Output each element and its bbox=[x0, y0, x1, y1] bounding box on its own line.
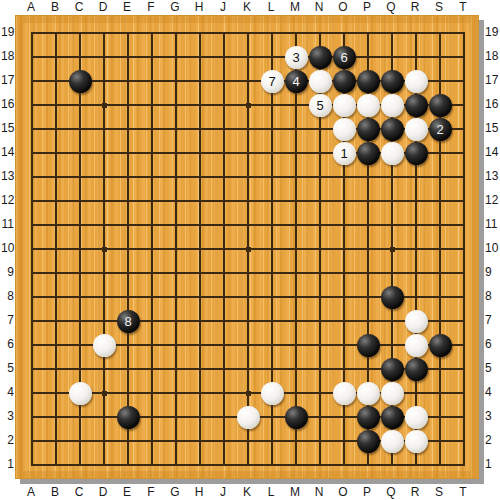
intersection-r18[interactable] bbox=[404, 45, 428, 69]
intersection-b4[interactable] bbox=[44, 381, 68, 405]
intersection-r12[interactable] bbox=[404, 189, 428, 213]
intersection-s1[interactable] bbox=[428, 453, 452, 477]
intersection-b2[interactable] bbox=[44, 429, 68, 453]
intersection-l5[interactable] bbox=[260, 357, 284, 381]
intersection-l12[interactable] bbox=[260, 189, 284, 213]
intersection-t17[interactable] bbox=[452, 69, 476, 93]
intersection-r3[interactable] bbox=[404, 405, 428, 429]
intersection-m18[interactable]: 3 bbox=[284, 45, 308, 69]
intersection-o7[interactable] bbox=[332, 309, 356, 333]
intersection-t12[interactable] bbox=[452, 189, 476, 213]
intersection-p11[interactable] bbox=[356, 213, 380, 237]
intersection-j17[interactable] bbox=[212, 69, 236, 93]
intersection-q11[interactable] bbox=[380, 213, 404, 237]
intersection-s19[interactable] bbox=[428, 21, 452, 45]
intersection-t16[interactable] bbox=[452, 93, 476, 117]
intersection-o13[interactable] bbox=[332, 165, 356, 189]
intersection-n15[interactable] bbox=[308, 117, 332, 141]
intersection-p6[interactable] bbox=[356, 333, 380, 357]
intersection-d2[interactable] bbox=[92, 429, 116, 453]
intersection-p17[interactable] bbox=[356, 69, 380, 93]
intersection-p1[interactable] bbox=[356, 453, 380, 477]
intersection-r8[interactable] bbox=[404, 285, 428, 309]
intersection-b7[interactable] bbox=[44, 309, 68, 333]
intersection-n11[interactable] bbox=[308, 213, 332, 237]
intersection-p3[interactable] bbox=[356, 405, 380, 429]
intersection-b11[interactable] bbox=[44, 213, 68, 237]
intersection-n16[interactable]: 5 bbox=[308, 93, 332, 117]
intersection-o1[interactable] bbox=[332, 453, 356, 477]
intersection-g5[interactable] bbox=[164, 357, 188, 381]
intersection-e12[interactable] bbox=[116, 189, 140, 213]
intersection-t4[interactable] bbox=[452, 381, 476, 405]
intersection-h9[interactable] bbox=[188, 261, 212, 285]
intersection-f2[interactable] bbox=[140, 429, 164, 453]
intersection-a11[interactable] bbox=[20, 213, 44, 237]
intersection-f8[interactable] bbox=[140, 285, 164, 309]
intersection-n17[interactable] bbox=[308, 69, 332, 93]
intersection-g2[interactable] bbox=[164, 429, 188, 453]
intersection-r17[interactable] bbox=[404, 69, 428, 93]
intersection-s2[interactable] bbox=[428, 429, 452, 453]
intersection-s14[interactable] bbox=[428, 141, 452, 165]
intersection-c16[interactable] bbox=[68, 93, 92, 117]
intersection-p18[interactable] bbox=[356, 45, 380, 69]
intersection-c4[interactable] bbox=[68, 381, 92, 405]
intersection-h13[interactable] bbox=[188, 165, 212, 189]
intersection-h15[interactable] bbox=[188, 117, 212, 141]
intersection-t8[interactable] bbox=[452, 285, 476, 309]
intersection-n2[interactable] bbox=[308, 429, 332, 453]
intersection-f19[interactable] bbox=[140, 21, 164, 45]
intersection-o19[interactable] bbox=[332, 21, 356, 45]
intersection-b12[interactable] bbox=[44, 189, 68, 213]
intersection-e16[interactable] bbox=[116, 93, 140, 117]
intersection-p12[interactable] bbox=[356, 189, 380, 213]
intersection-n9[interactable] bbox=[308, 261, 332, 285]
intersection-e8[interactable] bbox=[116, 285, 140, 309]
intersection-q16[interactable] bbox=[380, 93, 404, 117]
intersection-d6[interactable] bbox=[92, 333, 116, 357]
intersection-g4[interactable] bbox=[164, 381, 188, 405]
intersection-q8[interactable] bbox=[380, 285, 404, 309]
intersection-m4[interactable] bbox=[284, 381, 308, 405]
intersection-k7[interactable] bbox=[236, 309, 260, 333]
intersection-s3[interactable] bbox=[428, 405, 452, 429]
intersection-h6[interactable] bbox=[188, 333, 212, 357]
intersection-n6[interactable] bbox=[308, 333, 332, 357]
intersection-s16[interactable] bbox=[428, 93, 452, 117]
intersection-p13[interactable] bbox=[356, 165, 380, 189]
intersection-m10[interactable] bbox=[284, 237, 308, 261]
intersection-b8[interactable] bbox=[44, 285, 68, 309]
intersection-q10[interactable] bbox=[380, 237, 404, 261]
intersection-m11[interactable] bbox=[284, 213, 308, 237]
intersection-j4[interactable] bbox=[212, 381, 236, 405]
intersection-t9[interactable] bbox=[452, 261, 476, 285]
intersection-a3[interactable] bbox=[20, 405, 44, 429]
intersection-a13[interactable] bbox=[20, 165, 44, 189]
intersection-s7[interactable] bbox=[428, 309, 452, 333]
intersection-p5[interactable] bbox=[356, 357, 380, 381]
intersection-n8[interactable] bbox=[308, 285, 332, 309]
intersection-g10[interactable] bbox=[164, 237, 188, 261]
intersection-b9[interactable] bbox=[44, 261, 68, 285]
intersection-r7[interactable] bbox=[404, 309, 428, 333]
intersection-j2[interactable] bbox=[212, 429, 236, 453]
intersection-p19[interactable] bbox=[356, 21, 380, 45]
intersection-a10[interactable] bbox=[20, 237, 44, 261]
intersection-r11[interactable] bbox=[404, 213, 428, 237]
intersection-d15[interactable] bbox=[92, 117, 116, 141]
intersection-r5[interactable] bbox=[404, 357, 428, 381]
intersection-e11[interactable] bbox=[116, 213, 140, 237]
intersection-f14[interactable] bbox=[140, 141, 164, 165]
intersection-k3[interactable] bbox=[236, 405, 260, 429]
intersection-r16[interactable] bbox=[404, 93, 428, 117]
intersection-e9[interactable] bbox=[116, 261, 140, 285]
intersection-l19[interactable] bbox=[260, 21, 284, 45]
intersection-h4[interactable] bbox=[188, 381, 212, 405]
intersection-o2[interactable] bbox=[332, 429, 356, 453]
intersection-m12[interactable] bbox=[284, 189, 308, 213]
intersection-j16[interactable] bbox=[212, 93, 236, 117]
intersection-m6[interactable] bbox=[284, 333, 308, 357]
intersection-j10[interactable] bbox=[212, 237, 236, 261]
intersection-q14[interactable] bbox=[380, 141, 404, 165]
intersection-d17[interactable] bbox=[92, 69, 116, 93]
intersection-q13[interactable] bbox=[380, 165, 404, 189]
intersection-m8[interactable] bbox=[284, 285, 308, 309]
intersection-k1[interactable] bbox=[236, 453, 260, 477]
intersection-q2[interactable] bbox=[380, 429, 404, 453]
intersection-j14[interactable] bbox=[212, 141, 236, 165]
intersection-l4[interactable] bbox=[260, 381, 284, 405]
intersection-m2[interactable] bbox=[284, 429, 308, 453]
intersection-m17[interactable]: 4 bbox=[284, 69, 308, 93]
intersection-g14[interactable] bbox=[164, 141, 188, 165]
intersection-n13[interactable] bbox=[308, 165, 332, 189]
intersection-m14[interactable] bbox=[284, 141, 308, 165]
intersection-c14[interactable] bbox=[68, 141, 92, 165]
intersection-o17[interactable] bbox=[332, 69, 356, 93]
intersection-m7[interactable] bbox=[284, 309, 308, 333]
intersection-c19[interactable] bbox=[68, 21, 92, 45]
intersection-r1[interactable] bbox=[404, 453, 428, 477]
intersection-j15[interactable] bbox=[212, 117, 236, 141]
intersection-p10[interactable] bbox=[356, 237, 380, 261]
intersection-l14[interactable] bbox=[260, 141, 284, 165]
intersection-f18[interactable] bbox=[140, 45, 164, 69]
intersection-l8[interactable] bbox=[260, 285, 284, 309]
intersection-r4[interactable] bbox=[404, 381, 428, 405]
intersection-a18[interactable] bbox=[20, 45, 44, 69]
intersection-m13[interactable] bbox=[284, 165, 308, 189]
intersection-j8[interactable] bbox=[212, 285, 236, 309]
intersection-c7[interactable] bbox=[68, 309, 92, 333]
intersection-l17[interactable]: 7 bbox=[260, 69, 284, 93]
intersection-d7[interactable] bbox=[92, 309, 116, 333]
intersection-d10[interactable] bbox=[92, 237, 116, 261]
intersection-s8[interactable] bbox=[428, 285, 452, 309]
intersection-o14[interactable]: 1 bbox=[332, 141, 356, 165]
intersection-q12[interactable] bbox=[380, 189, 404, 213]
intersection-h19[interactable] bbox=[188, 21, 212, 45]
intersection-b6[interactable] bbox=[44, 333, 68, 357]
intersection-e3[interactable] bbox=[116, 405, 140, 429]
intersection-g3[interactable] bbox=[164, 405, 188, 429]
intersection-f5[interactable] bbox=[140, 357, 164, 381]
intersection-k18[interactable] bbox=[236, 45, 260, 69]
intersection-d8[interactable] bbox=[92, 285, 116, 309]
intersection-g1[interactable] bbox=[164, 453, 188, 477]
intersection-s5[interactable] bbox=[428, 357, 452, 381]
intersection-n14[interactable] bbox=[308, 141, 332, 165]
intersection-m19[interactable] bbox=[284, 21, 308, 45]
intersection-h1[interactable] bbox=[188, 453, 212, 477]
intersection-c13[interactable] bbox=[68, 165, 92, 189]
intersection-h18[interactable] bbox=[188, 45, 212, 69]
intersection-a19[interactable] bbox=[20, 21, 44, 45]
intersection-h7[interactable] bbox=[188, 309, 212, 333]
intersection-r9[interactable] bbox=[404, 261, 428, 285]
intersection-t15[interactable] bbox=[452, 117, 476, 141]
intersection-l6[interactable] bbox=[260, 333, 284, 357]
intersection-f17[interactable] bbox=[140, 69, 164, 93]
intersection-f9[interactable] bbox=[140, 261, 164, 285]
intersection-q19[interactable] bbox=[380, 21, 404, 45]
intersection-f4[interactable] bbox=[140, 381, 164, 405]
intersection-e17[interactable] bbox=[116, 69, 140, 93]
intersection-n19[interactable] bbox=[308, 21, 332, 45]
intersection-r15[interactable] bbox=[404, 117, 428, 141]
intersection-m1[interactable] bbox=[284, 453, 308, 477]
intersection-g13[interactable] bbox=[164, 165, 188, 189]
intersection-g16[interactable] bbox=[164, 93, 188, 117]
intersection-l15[interactable] bbox=[260, 117, 284, 141]
intersection-o11[interactable] bbox=[332, 213, 356, 237]
intersection-d5[interactable] bbox=[92, 357, 116, 381]
intersection-e15[interactable] bbox=[116, 117, 140, 141]
intersection-h10[interactable] bbox=[188, 237, 212, 261]
intersection-a17[interactable] bbox=[20, 69, 44, 93]
intersection-k19[interactable] bbox=[236, 21, 260, 45]
intersection-d18[interactable] bbox=[92, 45, 116, 69]
intersection-r2[interactable] bbox=[404, 429, 428, 453]
intersection-a16[interactable] bbox=[20, 93, 44, 117]
intersection-m5[interactable] bbox=[284, 357, 308, 381]
intersection-t13[interactable] bbox=[452, 165, 476, 189]
intersection-g8[interactable] bbox=[164, 285, 188, 309]
intersection-g15[interactable] bbox=[164, 117, 188, 141]
intersection-k16[interactable] bbox=[236, 93, 260, 117]
intersection-o6[interactable] bbox=[332, 333, 356, 357]
intersection-r14[interactable] bbox=[404, 141, 428, 165]
intersection-s6[interactable] bbox=[428, 333, 452, 357]
intersection-n5[interactable] bbox=[308, 357, 332, 381]
intersection-j9[interactable] bbox=[212, 261, 236, 285]
intersection-b18[interactable] bbox=[44, 45, 68, 69]
intersection-c5[interactable] bbox=[68, 357, 92, 381]
intersection-e6[interactable] bbox=[116, 333, 140, 357]
intersection-o4[interactable] bbox=[332, 381, 356, 405]
intersection-g18[interactable] bbox=[164, 45, 188, 69]
intersection-c1[interactable] bbox=[68, 453, 92, 477]
intersection-d3[interactable] bbox=[92, 405, 116, 429]
intersection-a1[interactable] bbox=[20, 453, 44, 477]
intersection-b19[interactable] bbox=[44, 21, 68, 45]
intersection-e5[interactable] bbox=[116, 357, 140, 381]
intersection-c2[interactable] bbox=[68, 429, 92, 453]
intersection-n3[interactable] bbox=[308, 405, 332, 429]
intersection-k14[interactable] bbox=[236, 141, 260, 165]
intersection-c18[interactable] bbox=[68, 45, 92, 69]
intersection-g17[interactable] bbox=[164, 69, 188, 93]
intersection-q6[interactable] bbox=[380, 333, 404, 357]
intersection-b3[interactable] bbox=[44, 405, 68, 429]
intersection-c3[interactable] bbox=[68, 405, 92, 429]
intersection-g19[interactable] bbox=[164, 21, 188, 45]
intersection-q15[interactable] bbox=[380, 117, 404, 141]
intersection-f7[interactable] bbox=[140, 309, 164, 333]
intersection-o5[interactable] bbox=[332, 357, 356, 381]
intersection-a15[interactable] bbox=[20, 117, 44, 141]
intersection-l16[interactable] bbox=[260, 93, 284, 117]
intersection-q18[interactable] bbox=[380, 45, 404, 69]
intersection-o8[interactable] bbox=[332, 285, 356, 309]
intersection-t5[interactable] bbox=[452, 357, 476, 381]
intersection-j11[interactable] bbox=[212, 213, 236, 237]
intersection-o18[interactable]: 6 bbox=[332, 45, 356, 69]
intersection-t14[interactable] bbox=[452, 141, 476, 165]
intersection-c15[interactable] bbox=[68, 117, 92, 141]
intersection-b1[interactable] bbox=[44, 453, 68, 477]
intersection-p2[interactable] bbox=[356, 429, 380, 453]
intersection-l10[interactable] bbox=[260, 237, 284, 261]
intersection-c8[interactable] bbox=[68, 285, 92, 309]
intersection-c17[interactable] bbox=[68, 69, 92, 93]
intersection-m15[interactable] bbox=[284, 117, 308, 141]
intersection-o3[interactable] bbox=[332, 405, 356, 429]
intersection-t18[interactable] bbox=[452, 45, 476, 69]
intersection-n10[interactable] bbox=[308, 237, 332, 261]
intersection-k12[interactable] bbox=[236, 189, 260, 213]
intersection-b14[interactable] bbox=[44, 141, 68, 165]
intersection-b16[interactable] bbox=[44, 93, 68, 117]
intersection-f13[interactable] bbox=[140, 165, 164, 189]
intersection-q17[interactable] bbox=[380, 69, 404, 93]
intersection-f3[interactable] bbox=[140, 405, 164, 429]
intersection-j3[interactable] bbox=[212, 405, 236, 429]
intersection-t10[interactable] bbox=[452, 237, 476, 261]
intersection-e10[interactable] bbox=[116, 237, 140, 261]
intersection-s18[interactable] bbox=[428, 45, 452, 69]
intersection-e13[interactable] bbox=[116, 165, 140, 189]
intersection-a14[interactable] bbox=[20, 141, 44, 165]
intersection-q5[interactable] bbox=[380, 357, 404, 381]
intersection-s11[interactable] bbox=[428, 213, 452, 237]
intersection-t19[interactable] bbox=[452, 21, 476, 45]
intersection-s9[interactable] bbox=[428, 261, 452, 285]
intersection-e4[interactable] bbox=[116, 381, 140, 405]
intersection-q3[interactable] bbox=[380, 405, 404, 429]
intersection-m9[interactable] bbox=[284, 261, 308, 285]
intersection-j6[interactable] bbox=[212, 333, 236, 357]
intersection-e2[interactable] bbox=[116, 429, 140, 453]
intersection-g6[interactable] bbox=[164, 333, 188, 357]
intersection-h16[interactable] bbox=[188, 93, 212, 117]
intersection-t7[interactable] bbox=[452, 309, 476, 333]
intersection-k10[interactable] bbox=[236, 237, 260, 261]
intersection-c6[interactable] bbox=[68, 333, 92, 357]
intersection-h17[interactable] bbox=[188, 69, 212, 93]
intersection-s4[interactable] bbox=[428, 381, 452, 405]
intersection-p15[interactable] bbox=[356, 117, 380, 141]
intersection-o9[interactable] bbox=[332, 261, 356, 285]
intersection-d14[interactable] bbox=[92, 141, 116, 165]
intersection-q9[interactable] bbox=[380, 261, 404, 285]
intersection-b5[interactable] bbox=[44, 357, 68, 381]
intersection-j5[interactable] bbox=[212, 357, 236, 381]
intersection-a2[interactable] bbox=[20, 429, 44, 453]
intersection-o12[interactable] bbox=[332, 189, 356, 213]
intersection-c10[interactable] bbox=[68, 237, 92, 261]
intersection-s15[interactable]: 2 bbox=[428, 117, 452, 141]
intersection-r13[interactable] bbox=[404, 165, 428, 189]
intersection-n18[interactable] bbox=[308, 45, 332, 69]
intersection-j13[interactable] bbox=[212, 165, 236, 189]
intersection-k5[interactable] bbox=[236, 357, 260, 381]
intersection-k13[interactable] bbox=[236, 165, 260, 189]
intersection-s10[interactable] bbox=[428, 237, 452, 261]
intersection-p7[interactable] bbox=[356, 309, 380, 333]
intersection-f6[interactable] bbox=[140, 333, 164, 357]
intersection-g11[interactable] bbox=[164, 213, 188, 237]
intersection-b17[interactable] bbox=[44, 69, 68, 93]
intersection-t6[interactable] bbox=[452, 333, 476, 357]
intersection-l2[interactable] bbox=[260, 429, 284, 453]
intersection-o10[interactable] bbox=[332, 237, 356, 261]
intersection-g12[interactable] bbox=[164, 189, 188, 213]
intersection-c9[interactable] bbox=[68, 261, 92, 285]
intersection-f10[interactable] bbox=[140, 237, 164, 261]
intersection-k17[interactable] bbox=[236, 69, 260, 93]
intersection-h11[interactable] bbox=[188, 213, 212, 237]
intersection-h14[interactable] bbox=[188, 141, 212, 165]
intersection-p8[interactable] bbox=[356, 285, 380, 309]
intersection-l1[interactable] bbox=[260, 453, 284, 477]
intersection-r10[interactable] bbox=[404, 237, 428, 261]
intersection-a7[interactable] bbox=[20, 309, 44, 333]
intersection-l11[interactable] bbox=[260, 213, 284, 237]
intersection-s17[interactable] bbox=[428, 69, 452, 93]
intersection-n4[interactable] bbox=[308, 381, 332, 405]
intersection-b15[interactable] bbox=[44, 117, 68, 141]
intersection-e7[interactable]: 8 bbox=[116, 309, 140, 333]
intersection-f11[interactable] bbox=[140, 213, 164, 237]
intersection-f16[interactable] bbox=[140, 93, 164, 117]
intersection-d4[interactable] bbox=[92, 381, 116, 405]
intersection-g7[interactable] bbox=[164, 309, 188, 333]
intersection-q7[interactable] bbox=[380, 309, 404, 333]
intersection-d13[interactable] bbox=[92, 165, 116, 189]
intersection-c12[interactable] bbox=[68, 189, 92, 213]
intersection-f1[interactable] bbox=[140, 453, 164, 477]
intersection-k8[interactable] bbox=[236, 285, 260, 309]
intersection-a12[interactable] bbox=[20, 189, 44, 213]
intersection-e18[interactable] bbox=[116, 45, 140, 69]
intersection-q1[interactable] bbox=[380, 453, 404, 477]
